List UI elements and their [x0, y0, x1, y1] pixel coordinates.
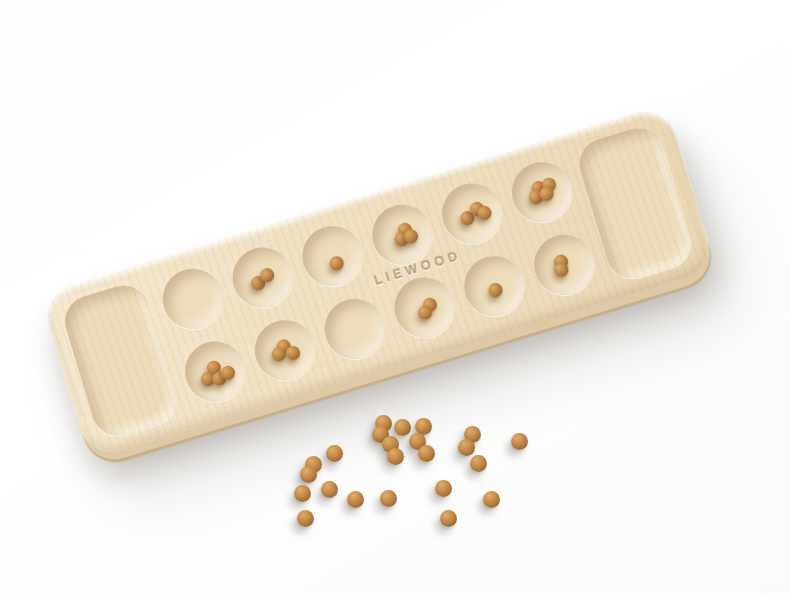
seed-bead	[327, 255, 344, 272]
product-photo-scene: LIEWOOD	[0, 0, 790, 593]
loose-seed-bead[interactable]	[511, 433, 528, 450]
pit-bottom-5[interactable]	[456, 249, 531, 324]
loose-seed-bead[interactable]	[415, 418, 432, 435]
loose-seed-bead[interactable]	[418, 445, 435, 462]
mancala-board: LIEWOOD	[39, 104, 717, 460]
loose-seed-bead[interactable]	[326, 445, 343, 462]
loose-seed-bead[interactable]	[394, 419, 411, 436]
loose-seed-bead[interactable]	[435, 480, 452, 497]
loose-seed-bead[interactable]	[300, 466, 317, 483]
pit-bottom-2[interactable]	[247, 313, 322, 388]
loose-seed-bead[interactable]	[347, 491, 364, 508]
loose-seed-bead[interactable]	[380, 490, 397, 507]
loose-seed-bead[interactable]	[297, 510, 314, 527]
loose-seed-bead[interactable]	[483, 491, 500, 508]
loose-seed-bead[interactable]	[440, 510, 457, 527]
loose-seed-bead[interactable]	[321, 481, 338, 498]
loose-seed-bead[interactable]	[470, 455, 487, 472]
pit-bottom-6[interactable]	[526, 228, 601, 303]
pit-top-3[interactable]	[295, 219, 370, 294]
pit-top-1[interactable]	[155, 262, 230, 337]
seed-bead	[486, 281, 503, 298]
pit-top-6[interactable]	[504, 155, 579, 230]
pit-bottom-3[interactable]	[317, 292, 392, 367]
loose-seed-bead[interactable]	[458, 439, 475, 456]
loose-seed-bead[interactable]	[387, 448, 404, 465]
pit-top-5[interactable]	[434, 176, 509, 251]
pit-bottom-1[interactable]	[177, 334, 252, 409]
pit-top-2[interactable]	[225, 240, 300, 315]
loose-seed-bead[interactable]	[294, 485, 311, 502]
